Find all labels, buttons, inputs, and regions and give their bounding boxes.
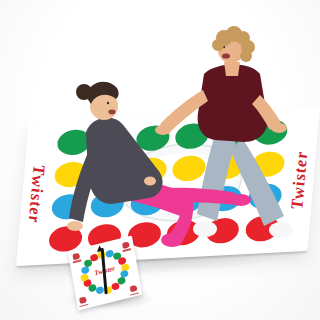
mat-dot-Y4 (172, 154, 207, 181)
spinner-dot-red (90, 253, 99, 262)
mat-dot-Y5 (211, 152, 246, 179)
mat-dot-B5 (208, 185, 243, 212)
mat-dot-B6 (247, 183, 282, 210)
mat-dot-Y2 (93, 159, 128, 186)
girl-hair-bun (76, 84, 92, 100)
spinner-dot-blue (95, 286, 104, 295)
twister-product-photo: Twister Twister (0, 0, 320, 320)
twister-mat: Twister Twister (16, 108, 320, 266)
boy-smile (222, 53, 230, 58)
mat-dot-G2 (96, 126, 131, 153)
foot-icon (130, 285, 138, 293)
hand-icon (79, 296, 87, 304)
twister-logo-left: Twister (24, 164, 49, 224)
mat-dot-G3 (135, 124, 170, 151)
twister-logo-right: Twister (287, 150, 312, 210)
mat-dot-B3 (130, 189, 165, 216)
mat-dot-Y1 (54, 161, 89, 188)
girl-eye (107, 102, 109, 104)
spinner-dot-red (111, 282, 120, 291)
boy-hair (212, 26, 255, 62)
boy-eye (223, 46, 225, 48)
mat-grid (45, 114, 292, 255)
mat-dot-R6 (245, 215, 280, 242)
mat-dot-B2 (90, 191, 125, 218)
boy-face (218, 37, 244, 63)
mat-dot-G4 (174, 122, 209, 149)
mat-dot-R5 (205, 217, 240, 244)
mat-dot-Y6 (250, 150, 285, 177)
spinner-needle-tip (96, 245, 102, 252)
corner-label-bar (130, 292, 139, 296)
boy-neck (224, 62, 240, 76)
mat-dot-R4 (166, 219, 201, 246)
mat-dot-G6 (253, 118, 288, 145)
mat-dot-B4 (169, 187, 204, 214)
girl-face (90, 92, 118, 120)
mat-dot-B1 (51, 193, 86, 220)
mat-dot-G1 (57, 128, 92, 155)
girl-hair (87, 82, 119, 104)
mat-dot-G5 (214, 120, 249, 147)
mat-dot-Y3 (132, 156, 167, 183)
girl-smile (108, 110, 115, 115)
corner-label-bar (79, 303, 88, 307)
